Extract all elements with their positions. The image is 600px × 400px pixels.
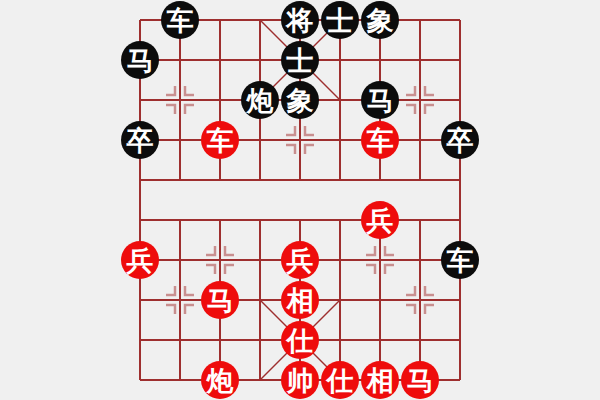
piece-black-soldier[interactable]: 卒 <box>121 121 159 159</box>
piece-black-chariot[interactable]: 车 <box>161 1 199 39</box>
piece-red-horse[interactable]: 马 <box>401 361 439 399</box>
piece-red-soldier[interactable]: 兵 <box>121 241 159 279</box>
piece-red-cannon[interactable]: 炮 <box>201 361 239 399</box>
piece-red-horse[interactable]: 马 <box>201 281 239 319</box>
xiangqi-app: 车将士象马士炮象马卒卒车车兵兵兵车马相仕炮帅仕相马 <box>0 0 600 400</box>
piece-red-elephant[interactable]: 相 <box>281 281 319 319</box>
piece-black-soldier[interactable]: 卒 <box>441 121 479 159</box>
piece-black-advisor[interactable]: 士 <box>281 41 319 79</box>
piece-red-general[interactable]: 帅 <box>281 361 319 399</box>
piece-black-elephant[interactable]: 象 <box>281 81 319 119</box>
piece-red-soldier[interactable]: 兵 <box>281 241 319 279</box>
xiangqi-board: 车将士象马士炮象马卒卒车车兵兵兵车马相仕炮帅仕相马 <box>120 0 480 400</box>
piece-black-general[interactable]: 将 <box>281 1 319 39</box>
piece-red-elephant[interactable]: 相 <box>361 361 399 399</box>
piece-black-advisor[interactable]: 士 <box>321 1 359 39</box>
piece-layer: 车将士象马士炮象马卒卒车车兵兵兵车马相仕炮帅仕相马 <box>120 0 480 400</box>
piece-red-advisor[interactable]: 仕 <box>321 361 359 399</box>
piece-red-chariot[interactable]: 车 <box>201 121 239 159</box>
piece-red-advisor[interactable]: 仕 <box>281 321 319 359</box>
piece-red-chariot[interactable]: 车 <box>361 121 399 159</box>
piece-red-soldier[interactable]: 兵 <box>361 201 399 239</box>
piece-black-horse[interactable]: 马 <box>121 41 159 79</box>
piece-black-chariot[interactable]: 车 <box>441 241 479 279</box>
piece-black-elephant[interactable]: 象 <box>361 1 399 39</box>
piece-black-cannon[interactable]: 炮 <box>241 81 279 119</box>
piece-black-horse[interactable]: 马 <box>361 81 399 119</box>
